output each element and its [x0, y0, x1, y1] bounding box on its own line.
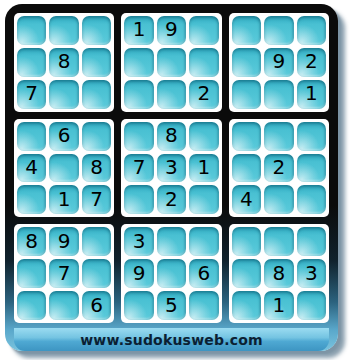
cell-r2c5[interactable] — [157, 48, 186, 77]
cell-r1c4[interactable]: 1 — [124, 16, 153, 45]
cell-r3c1[interactable]: 7 — [17, 80, 46, 109]
cell-r8c4[interactable]: 9 — [124, 259, 153, 288]
given-digit: 3 — [133, 231, 146, 251]
cell-r1c1[interactable] — [17, 16, 46, 45]
page: 8719292164817873122489763965831 www.sudo… — [0, 0, 350, 360]
cell-r6c4[interactable] — [124, 185, 153, 214]
cell-r7c4[interactable]: 3 — [124, 227, 153, 256]
box-1-1: 87 — [14, 13, 114, 112]
given-digit: 4 — [25, 157, 38, 177]
given-digit: 8 — [165, 125, 178, 145]
box-2-1: 64817 — [14, 119, 114, 218]
cell-r2c6[interactable] — [189, 48, 218, 77]
cell-r2c4[interactable] — [124, 48, 153, 77]
cell-r6c8[interactable] — [264, 185, 293, 214]
cell-r4c7[interactable] — [232, 122, 261, 151]
cell-r1c3[interactable] — [82, 16, 111, 45]
given-digit: 3 — [305, 263, 318, 283]
cell-r5c8[interactable]: 2 — [264, 154, 293, 183]
cell-r3c9[interactable]: 1 — [297, 80, 326, 109]
cell-r9c1[interactable] — [17, 291, 46, 320]
cell-r3c4[interactable] — [124, 80, 153, 109]
cell-r4c8[interactable] — [264, 122, 293, 151]
given-digit: 5 — [165, 295, 178, 315]
cell-r6c9[interactable] — [297, 185, 326, 214]
cell-r7c3[interactable] — [82, 227, 111, 256]
given-digit: 8 — [90, 157, 103, 177]
cell-r7c8[interactable] — [264, 227, 293, 256]
cell-r6c2[interactable]: 1 — [49, 185, 78, 214]
cell-r7c1[interactable]: 8 — [17, 227, 46, 256]
cell-r4c9[interactable] — [297, 122, 326, 151]
cell-r9c2[interactable] — [49, 291, 78, 320]
cell-r6c6[interactable] — [189, 185, 218, 214]
board: 8719292164817873122489763965831 — [14, 13, 329, 323]
cell-r5c2[interactable] — [49, 154, 78, 183]
cell-r7c7[interactable] — [232, 227, 261, 256]
cell-r8c8[interactable]: 8 — [264, 259, 293, 288]
cell-r9c7[interactable] — [232, 291, 261, 320]
cell-r8c9[interactable]: 3 — [297, 259, 326, 288]
given-digit: 6 — [198, 263, 211, 283]
cell-r2c2[interactable]: 8 — [49, 48, 78, 77]
cell-r3c2[interactable] — [49, 80, 78, 109]
cell-r3c3[interactable] — [82, 80, 111, 109]
cell-r7c6[interactable] — [189, 227, 218, 256]
cell-r4c4[interactable] — [124, 122, 153, 151]
cell-r9c6[interactable] — [189, 291, 218, 320]
cell-r2c8[interactable]: 9 — [264, 48, 293, 77]
cell-r1c2[interactable] — [49, 16, 78, 45]
given-digit: 1 — [198, 157, 211, 177]
board-frame: 8719292164817873122489763965831 www.sudo… — [5, 4, 338, 351]
cell-r1c7[interactable] — [232, 16, 261, 45]
cell-r3c7[interactable] — [232, 80, 261, 109]
cell-r8c3[interactable] — [82, 259, 111, 288]
cell-r2c3[interactable] — [82, 48, 111, 77]
box-3-1: 8976 — [14, 224, 114, 323]
given-digit: 7 — [90, 189, 103, 209]
cell-r6c7[interactable]: 4 — [232, 185, 261, 214]
given-digit: 7 — [133, 157, 146, 177]
given-digit: 8 — [58, 51, 71, 71]
site-url: www.sudokusweb.com — [80, 332, 263, 348]
cell-r4c1[interactable] — [17, 122, 46, 151]
cell-r1c9[interactable] — [297, 16, 326, 45]
cell-r3c5[interactable] — [157, 80, 186, 109]
cell-r7c9[interactable] — [297, 227, 326, 256]
given-digit: 8 — [272, 263, 285, 283]
cell-r2c7[interactable] — [232, 48, 261, 77]
given-digit: 9 — [133, 263, 146, 283]
given-digit: 3 — [165, 157, 178, 177]
cell-r6c3[interactable]: 7 — [82, 185, 111, 214]
cell-r9c5[interactable]: 5 — [157, 291, 186, 320]
cell-r4c3[interactable] — [82, 122, 111, 151]
cell-r1c5[interactable]: 9 — [157, 16, 186, 45]
cell-r6c1[interactable] — [17, 185, 46, 214]
cell-r9c4[interactable] — [124, 291, 153, 320]
given-digit: 2 — [198, 83, 211, 103]
given-digit: 7 — [25, 83, 38, 103]
cell-r7c5[interactable] — [157, 227, 186, 256]
cell-r7c2[interactable]: 9 — [49, 227, 78, 256]
given-digit: 9 — [165, 19, 178, 39]
given-digit: 9 — [272, 51, 285, 71]
cell-r5c6[interactable]: 1 — [189, 154, 218, 183]
cell-r8c7[interactable] — [232, 259, 261, 288]
box-1-2: 192 — [121, 13, 221, 112]
box-1-3: 921 — [229, 13, 329, 112]
given-digit: 7 — [58, 263, 71, 283]
box-2-2: 87312 — [121, 119, 221, 218]
cell-r6c5[interactable]: 2 — [157, 185, 186, 214]
cell-r9c3[interactable]: 6 — [82, 291, 111, 320]
cell-r9c9[interactable] — [297, 291, 326, 320]
cell-r4c6[interactable] — [189, 122, 218, 151]
cell-r2c1[interactable] — [17, 48, 46, 77]
given-digit: 1 — [133, 19, 146, 39]
box-3-3: 831 — [229, 224, 329, 323]
cell-r8c5[interactable] — [157, 259, 186, 288]
given-digit: 9 — [58, 231, 71, 251]
given-digit: 4 — [240, 189, 253, 209]
url-bar: www.sudokusweb.com — [14, 328, 329, 351]
cell-r5c9[interactable] — [297, 154, 326, 183]
cell-r9c8[interactable]: 1 — [264, 291, 293, 320]
cell-r3c6[interactable]: 2 — [189, 80, 218, 109]
cell-r1c6[interactable] — [189, 16, 218, 45]
cell-r8c6[interactable]: 6 — [189, 259, 218, 288]
cell-r5c1[interactable]: 4 — [17, 154, 46, 183]
given-digit: 1 — [58, 189, 71, 209]
cell-r4c2[interactable]: 6 — [49, 122, 78, 151]
box-3-2: 3965 — [121, 224, 221, 323]
given-digit: 6 — [90, 295, 103, 315]
cell-r3c8[interactable] — [264, 80, 293, 109]
given-digit: 1 — [272, 295, 285, 315]
cell-r1c8[interactable] — [264, 16, 293, 45]
given-digit: 6 — [58, 125, 71, 145]
given-digit: 1 — [305, 83, 318, 103]
cell-r5c3[interactable]: 8 — [82, 154, 111, 183]
given-digit: 2 — [165, 189, 178, 209]
given-digit: 8 — [25, 231, 38, 251]
cell-r5c4[interactable]: 7 — [124, 154, 153, 183]
given-digit: 2 — [305, 51, 318, 71]
given-digit: 2 — [272, 157, 285, 177]
cell-r2c9[interactable]: 2 — [297, 48, 326, 77]
cell-r5c7[interactable] — [232, 154, 261, 183]
cell-r8c1[interactable] — [17, 259, 46, 288]
box-2-3: 24 — [229, 119, 329, 218]
cell-r8c2[interactable]: 7 — [49, 259, 78, 288]
cell-r5c5[interactable]: 3 — [157, 154, 186, 183]
cell-r4c5[interactable]: 8 — [157, 122, 186, 151]
